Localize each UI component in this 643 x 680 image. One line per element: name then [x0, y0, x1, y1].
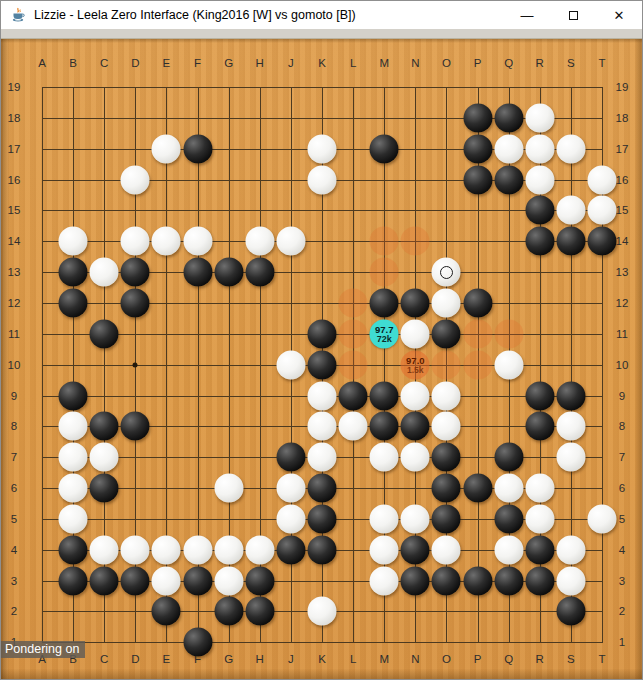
star-point: [133, 362, 138, 367]
row-label-left: 17: [8, 143, 21, 155]
suggestion-ghost[interactable]: [401, 227, 430, 256]
stone-black: [370, 134, 399, 163]
stone-black: [463, 474, 492, 503]
stone-black: [401, 535, 430, 564]
stone-white: [307, 165, 336, 194]
stone-white: [525, 165, 554, 194]
column-label-top: T: [598, 57, 605, 69]
stone-black: [494, 165, 523, 194]
stone-black: [307, 474, 336, 503]
stone-white: [339, 412, 368, 441]
stone-black: [463, 288, 492, 317]
stone-black: [183, 134, 212, 163]
stone-white: [556, 412, 585, 441]
stone-black: [556, 381, 585, 410]
row-label-left: 19: [8, 81, 21, 93]
suggestion-ghost[interactable]: [370, 227, 399, 256]
stone-black: [90, 319, 119, 348]
stone-black: [432, 319, 461, 348]
stone-white: [307, 381, 336, 410]
stone-black: [90, 566, 119, 595]
last-move-marker: [440, 266, 453, 279]
suggestion-ghost[interactable]: [339, 319, 368, 348]
stone-black: [307, 350, 336, 379]
stone-white: [432, 288, 461, 317]
stone-white: [276, 504, 305, 533]
stone-black: [463, 165, 492, 194]
column-label-top: K: [318, 57, 326, 69]
row-label-left: 3: [11, 575, 17, 587]
stone-black: [183, 566, 212, 595]
column-label-top: D: [131, 57, 139, 69]
stone-white: [276, 474, 305, 503]
stone-black: [525, 535, 554, 564]
column-label-bottom: R: [536, 653, 544, 665]
stone-white: [90, 258, 119, 287]
stone-white: [432, 258, 461, 287]
row-label-left: 15: [8, 204, 21, 216]
stone-white: [401, 381, 430, 410]
column-label-top: O: [442, 57, 451, 69]
suggestion-ghost[interactable]: [463, 319, 492, 348]
stone-white: [307, 443, 336, 472]
stone-black: [494, 566, 523, 595]
stone-black: [525, 566, 554, 595]
stone-white: [587, 504, 616, 533]
column-label-bottom: Q: [504, 653, 513, 665]
stone-black: [214, 597, 243, 626]
stone-white: [494, 474, 523, 503]
column-label-top: B: [69, 57, 77, 69]
row-label-right: 16: [616, 174, 629, 186]
column-label-top: M: [379, 57, 389, 69]
column-label-bottom: T: [598, 653, 605, 665]
suggestion-ghost[interactable]: [339, 288, 368, 317]
stone-black: [245, 258, 274, 287]
row-label-left: 8: [11, 420, 17, 432]
suggestion-ghost[interactable]: [339, 350, 368, 379]
stone-black: [525, 412, 554, 441]
stone-white: [121, 227, 150, 256]
stone-white: [276, 227, 305, 256]
stone-black: [370, 288, 399, 317]
stone-black: [121, 288, 150, 317]
row-label-right: 17: [616, 143, 629, 155]
stone-white: [90, 443, 119, 472]
column-label-bottom: K: [318, 653, 326, 665]
column-label-top: E: [163, 57, 171, 69]
stone-black: [339, 381, 368, 410]
suggestion-ghost[interactable]: [432, 350, 461, 379]
stone-black: [494, 103, 523, 132]
row-label-left: 14: [8, 235, 21, 247]
stone-white: [587, 165, 616, 194]
stone-black: [245, 566, 274, 595]
row-label-right: 18: [616, 112, 629, 124]
stone-black: [152, 597, 181, 626]
stone-white: [307, 134, 336, 163]
row-label-left: 2: [11, 605, 17, 617]
row-label-right: 11: [616, 328, 628, 340]
row-label-left: 7: [11, 451, 17, 463]
stone-white: [525, 134, 554, 163]
stone-white: [494, 535, 523, 564]
stone-white: [556, 443, 585, 472]
stone-black: [494, 504, 523, 533]
column-label-top: S: [567, 57, 575, 69]
stone-white: [370, 566, 399, 595]
row-label-right: 9: [619, 390, 625, 402]
stone-white: [401, 504, 430, 533]
visits-value: 72k: [377, 334, 392, 343]
stone-black: [90, 412, 119, 441]
row-label-right: 12: [616, 297, 629, 309]
stone-white: [183, 227, 212, 256]
row-label-left: 4: [11, 544, 17, 556]
stone-black: [59, 288, 88, 317]
stone-black: [525, 196, 554, 225]
row-label-left: 18: [8, 112, 21, 124]
column-label-top: R: [536, 57, 544, 69]
stone-white: [152, 227, 181, 256]
stone-black: [463, 134, 492, 163]
column-label-bottom: M: [379, 653, 389, 665]
column-label-bottom: H: [256, 653, 264, 665]
stone-white: [432, 535, 461, 564]
stone-white: [152, 535, 181, 564]
column-label-bottom: J: [288, 653, 294, 665]
stone-black: [59, 566, 88, 595]
suggestion-candidate[interactable]: 97.01.5k: [401, 350, 430, 379]
stone-black: [525, 227, 554, 256]
stone-black: [370, 412, 399, 441]
stone-white: [121, 535, 150, 564]
stone-white: [214, 535, 243, 564]
row-label-right: 14: [616, 235, 629, 247]
stone-black: [183, 258, 212, 287]
column-label-top: J: [288, 57, 294, 69]
row-label-right: 13: [616, 266, 629, 278]
stone-white: [307, 412, 336, 441]
stone-black: [183, 628, 212, 657]
row-label-right: 6: [619, 482, 625, 494]
stone-black: [59, 535, 88, 564]
stone-white: [525, 504, 554, 533]
stone-black: [432, 474, 461, 503]
stone-white: [152, 566, 181, 595]
stone-white: [556, 196, 585, 225]
stone-black: [59, 258, 88, 287]
stone-white: [307, 597, 336, 626]
column-label-bottom: E: [163, 653, 171, 665]
stone-black: [401, 412, 430, 441]
stone-black: [276, 443, 305, 472]
stone-white: [432, 412, 461, 441]
stone-white: [276, 350, 305, 379]
stone-black: [401, 288, 430, 317]
stone-black: [214, 258, 243, 287]
stone-black: [59, 381, 88, 410]
stone-black: [121, 566, 150, 595]
lizzie-window: Lizzie - Leela Zero Interface (King2016 …: [0, 0, 643, 680]
stone-black: [432, 443, 461, 472]
stone-white: [494, 350, 523, 379]
stone-black: [121, 258, 150, 287]
column-label-bottom: D: [131, 653, 139, 665]
stone-white: [401, 319, 430, 348]
pondering-status: Pondering on: [1, 641, 85, 658]
stone-white: [59, 474, 88, 503]
stone-white: [59, 412, 88, 441]
board-layer: AABBCCDDEEFFGGHHJJKKLLMMNNOOPPQQRRSSTT19…: [1, 1, 643, 680]
suggestion-ghost[interactable]: [494, 319, 523, 348]
column-label-top: N: [411, 57, 419, 69]
row-label-left: 5: [11, 513, 17, 525]
stone-black: [401, 566, 430, 595]
stone-white: [214, 566, 243, 595]
stone-white: [370, 535, 399, 564]
row-label-right: 3: [619, 575, 625, 587]
stone-black: [307, 535, 336, 564]
row-label-left: 6: [11, 482, 17, 494]
stone-black: [432, 504, 461, 533]
stone-white: [556, 134, 585, 163]
column-label-top: G: [224, 57, 233, 69]
row-label-right: 19: [616, 81, 629, 93]
stone-black: [556, 597, 585, 626]
suggestion-best-move[interactable]: 97.772k: [370, 319, 399, 348]
stone-black: [525, 381, 554, 410]
stone-white: [587, 196, 616, 225]
stone-white: [59, 504, 88, 533]
column-label-top: L: [350, 57, 356, 69]
stone-white: [214, 474, 243, 503]
stone-white: [245, 535, 274, 564]
column-label-bottom: N: [411, 653, 419, 665]
stone-black: [463, 566, 492, 595]
suggestion-ghost[interactable]: [463, 350, 492, 379]
stone-black: [276, 535, 305, 564]
stone-white: [556, 566, 585, 595]
stone-black: [121, 412, 150, 441]
column-label-bottom: G: [224, 653, 233, 665]
stone-black: [494, 443, 523, 472]
column-label-bottom: L: [350, 653, 356, 665]
stone-white: [370, 504, 399, 533]
stone-white: [59, 443, 88, 472]
row-label-right: 15: [616, 204, 629, 216]
column-label-bottom: P: [474, 653, 482, 665]
stone-black: [432, 566, 461, 595]
column-label-bottom: C: [100, 653, 108, 665]
stone-white: [183, 535, 212, 564]
row-label-left: 9: [11, 390, 17, 402]
row-label-right: 7: [619, 451, 625, 463]
row-label-left: 12: [8, 297, 21, 309]
column-label-bottom: S: [567, 653, 575, 665]
row-label-right: 4: [619, 544, 625, 556]
stone-black: [370, 381, 399, 410]
column-label-top: A: [38, 57, 46, 69]
stone-white: [90, 535, 119, 564]
stone-white: [245, 227, 274, 256]
stone-black: [463, 103, 492, 132]
stone-black: [307, 504, 336, 533]
stone-white: [494, 134, 523, 163]
stone-white: [121, 165, 150, 194]
stone-white: [152, 134, 181, 163]
row-label-right: 1: [619, 636, 625, 648]
row-label-right: 5: [619, 513, 625, 525]
stone-white: [370, 443, 399, 472]
suggestion-ghost[interactable]: [370, 258, 399, 287]
stone-white: [432, 381, 461, 410]
column-label-top: F: [194, 57, 201, 69]
stone-white: [59, 227, 88, 256]
stone-white: [401, 443, 430, 472]
row-label-right: 8: [619, 420, 625, 432]
stone-white: [556, 535, 585, 564]
stone-white: [525, 474, 554, 503]
row-label-right: 10: [616, 359, 629, 371]
column-label-top: H: [256, 57, 264, 69]
stone-white: [525, 103, 554, 132]
grid-hline: [42, 642, 603, 643]
visits-value: 1.5k: [407, 365, 424, 374]
stone-black: [587, 227, 616, 256]
row-label-left: 11: [8, 328, 20, 340]
column-label-top: P: [474, 57, 482, 69]
stone-black: [90, 474, 119, 503]
row-label-right: 2: [619, 605, 625, 617]
stone-black: [245, 597, 274, 626]
row-label-left: 10: [8, 359, 21, 371]
stone-black: [307, 319, 336, 348]
row-label-left: 13: [8, 266, 21, 278]
row-label-left: 16: [8, 174, 21, 186]
stone-black: [556, 227, 585, 256]
column-label-bottom: O: [442, 653, 451, 665]
column-label-top: C: [100, 57, 108, 69]
column-label-top: Q: [504, 57, 513, 69]
